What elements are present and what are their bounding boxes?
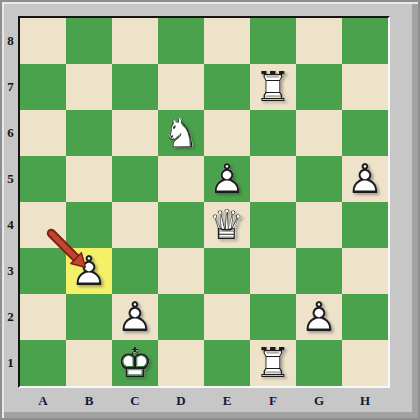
rank-label-4: 4	[3, 202, 18, 248]
white-pawn-b3[interactable]: ♟♙	[66, 248, 112, 294]
file-label-c: C	[112, 391, 158, 413]
square-a3[interactable]	[20, 248, 66, 294]
file-labels: ABCDEFGH	[20, 391, 388, 413]
square-d3[interactable]	[158, 248, 204, 294]
white-knight-outline-icon: ♘	[158, 110, 204, 156]
square-c6[interactable]	[112, 110, 158, 156]
square-d5[interactable]	[158, 156, 204, 202]
black-undefined-outline-icon	[342, 110, 388, 156]
square-a1[interactable]	[20, 340, 66, 386]
square-f7[interactable]: ♜♖	[250, 64, 296, 110]
rank-label-1: 1	[3, 340, 18, 386]
chess-board: ♜♖♞♘♟♙♟♙♛♕♟♙♟♙♟♙♚♔♜♖	[20, 18, 388, 386]
rank-label-3: 3	[3, 248, 18, 294]
square-b1[interactable]	[66, 340, 112, 386]
file-label-a: A	[20, 391, 66, 413]
square-c7[interactable]	[112, 64, 158, 110]
square-h5[interactable]: ♟♙	[342, 156, 388, 202]
black-undefined-outline-icon	[66, 202, 112, 248]
square-b4[interactable]	[66, 202, 112, 248]
white-pawn-e5[interactable]: ♟♙	[204, 156, 250, 202]
square-f2[interactable]	[250, 294, 296, 340]
square-h6[interactable]	[342, 110, 388, 156]
square-g8[interactable]	[296, 18, 342, 64]
file-label-d: D	[158, 391, 204, 413]
square-g4[interactable]	[296, 202, 342, 248]
square-a7[interactable]	[20, 64, 66, 110]
square-h3[interactable]	[342, 248, 388, 294]
white-king-c1[interactable]: ♚♔	[112, 340, 158, 386]
white-rook-outline-icon: ♖	[250, 340, 296, 386]
black-undefined-b6[interactable]	[66, 110, 112, 156]
square-a8[interactable]	[20, 18, 66, 64]
square-f8[interactable]	[250, 18, 296, 64]
white-queen-outline-icon: ♕	[204, 202, 250, 248]
black-undefined-b4[interactable]	[66, 202, 112, 248]
black-undefined-a8[interactable]	[20, 18, 66, 64]
file-label-b: B	[66, 391, 112, 413]
white-knight-d6[interactable]: ♞♘	[158, 110, 204, 156]
square-f4[interactable]	[250, 202, 296, 248]
diagram-frame: 87654321 ABCDEFGH ♜♖♞♘♟♙♟♙♛♕♟♙♟♙♟♙♚♔♜♖	[0, 0, 420, 420]
white-pawn-outline-icon: ♙	[296, 294, 342, 340]
white-pawn-outline-icon: ♙	[204, 156, 250, 202]
square-f1[interactable]: ♜♖	[250, 340, 296, 386]
black-undefined-e6[interactable]	[204, 110, 250, 156]
square-b7[interactable]	[66, 64, 112, 110]
square-e1[interactable]	[204, 340, 250, 386]
black-undefined-h6[interactable]	[342, 110, 388, 156]
file-label-g: G	[296, 391, 342, 413]
square-f6[interactable]	[250, 110, 296, 156]
square-b6[interactable]	[66, 110, 112, 156]
square-b5[interactable]	[66, 156, 112, 202]
black-undefined-outline-icon	[20, 18, 66, 64]
square-a6[interactable]	[20, 110, 66, 156]
square-g1[interactable]	[296, 340, 342, 386]
square-b8[interactable]	[66, 18, 112, 64]
white-king-outline-icon: ♔	[112, 340, 158, 386]
square-g6[interactable]	[296, 110, 342, 156]
black-undefined-outline-icon	[20, 202, 66, 248]
square-a5[interactable]	[20, 156, 66, 202]
rank-label-2: 2	[3, 294, 18, 340]
white-rook-outline-icon: ♖	[250, 64, 296, 110]
square-g2[interactable]: ♟♙	[296, 294, 342, 340]
black-undefined-outline-icon	[204, 110, 250, 156]
square-c4[interactable]	[112, 202, 158, 248]
black-undefined-outline-icon	[296, 64, 342, 110]
square-e5[interactable]: ♟♙	[204, 156, 250, 202]
square-d6[interactable]: ♞♘	[158, 110, 204, 156]
square-c1[interactable]: ♚♔	[112, 340, 158, 386]
file-label-h: H	[342, 391, 388, 413]
rank-label-6: 6	[3, 110, 18, 156]
square-g5[interactable]	[296, 156, 342, 202]
black-undefined-outline-icon	[296, 18, 342, 64]
square-h7[interactable]	[342, 64, 388, 110]
black-undefined-g8[interactable]	[296, 18, 342, 64]
file-label-f: F	[250, 391, 296, 413]
square-h1[interactable]	[342, 340, 388, 386]
square-b2[interactable]	[66, 294, 112, 340]
square-d7[interactable]	[158, 64, 204, 110]
square-g3[interactable]	[296, 248, 342, 294]
rank-label-8: 8	[3, 18, 18, 64]
rank-label-5: 5	[3, 156, 18, 202]
square-e3[interactable]	[204, 248, 250, 294]
black-undefined-outline-icon	[66, 110, 112, 156]
square-e6[interactable]	[204, 110, 250, 156]
square-e4[interactable]: ♛♕	[204, 202, 250, 248]
black-undefined-g7[interactable]	[296, 64, 342, 110]
file-label-e: E	[204, 391, 250, 413]
square-c2[interactable]: ♟♙	[112, 294, 158, 340]
black-undefined-a2[interactable]	[20, 294, 66, 340]
square-d2[interactable]	[158, 294, 204, 340]
square-g7[interactable]	[296, 64, 342, 110]
white-rook-f7[interactable]: ♜♖	[250, 64, 296, 110]
square-c5[interactable]	[112, 156, 158, 202]
rank-labels: 87654321	[3, 18, 18, 386]
black-undefined-c5[interactable]	[112, 156, 158, 202]
white-pawn-c2[interactable]: ♟♙	[112, 294, 158, 340]
square-d1[interactable]	[158, 340, 204, 386]
square-d4[interactable]	[158, 202, 204, 248]
black-undefined-a4[interactable]	[20, 202, 66, 248]
white-pawn-g2[interactable]: ♟♙	[296, 294, 342, 340]
board-border: ♜♖♞♘♟♙♟♙♛♕♟♙♟♙♟♙♚♔♜♖	[18, 16, 390, 388]
white-pawn-outline-icon: ♙	[342, 156, 388, 202]
rank-label-7: 7	[3, 64, 18, 110]
square-c3[interactable]	[112, 248, 158, 294]
square-f3[interactable]	[250, 248, 296, 294]
black-undefined-f8[interactable]	[250, 18, 296, 64]
square-b3[interactable]: ♟♙	[66, 248, 112, 294]
black-undefined-outline-icon	[250, 18, 296, 64]
white-pawn-outline-icon: ♙	[112, 294, 158, 340]
square-e8[interactable]	[204, 18, 250, 64]
square-d8[interactable]	[158, 18, 204, 64]
square-a4[interactable]	[20, 202, 66, 248]
white-queen-e4[interactable]: ♛♕	[204, 202, 250, 248]
square-e2[interactable]	[204, 294, 250, 340]
square-h8[interactable]	[342, 18, 388, 64]
black-undefined-outline-icon	[20, 294, 66, 340]
square-h4[interactable]	[342, 202, 388, 248]
black-undefined-outline-icon	[112, 156, 158, 202]
white-pawn-outline-icon: ♙	[66, 248, 112, 294]
square-c8[interactable]	[112, 18, 158, 64]
white-rook-f1[interactable]: ♜♖	[250, 340, 296, 386]
square-e7[interactable]	[204, 64, 250, 110]
white-pawn-h5[interactable]: ♟♙	[342, 156, 388, 202]
square-f5[interactable]	[250, 156, 296, 202]
square-a2[interactable]	[20, 294, 66, 340]
square-h2[interactable]	[342, 294, 388, 340]
